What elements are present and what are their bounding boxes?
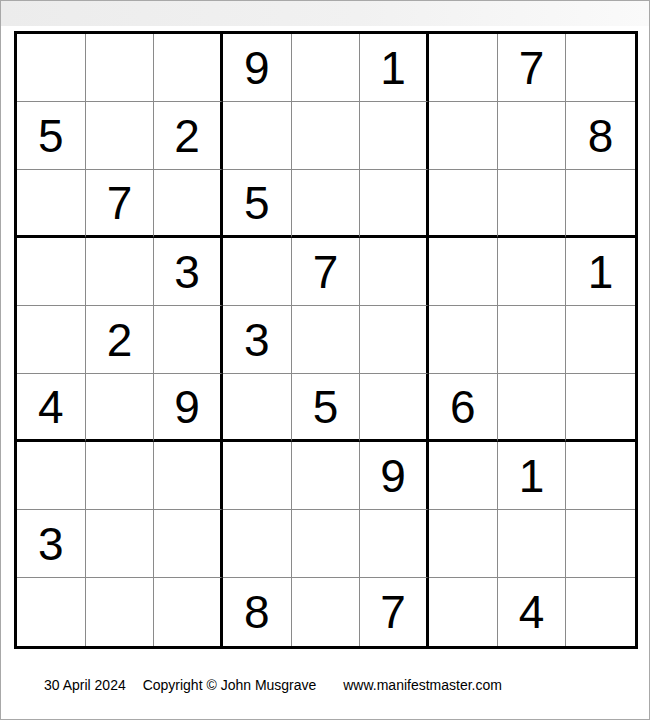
cell-r9c8[interactable]: 4 — [498, 578, 567, 646]
cell-r8c1[interactable]: 3 — [17, 510, 86, 578]
cell-r2c5[interactable] — [292, 102, 361, 170]
cell-r5c9[interactable] — [566, 306, 635, 374]
cell-r4c8[interactable] — [498, 238, 567, 306]
cell-r1c5[interactable] — [292, 34, 361, 102]
cell-r6c6[interactable] — [360, 374, 429, 442]
cell-r9c4[interactable]: 8 — [223, 578, 292, 646]
cell-r8c3[interactable] — [154, 510, 223, 578]
cell-r8c6[interactable] — [360, 510, 429, 578]
cell-r6c4[interactable] — [223, 374, 292, 442]
cell-r4c7[interactable] — [429, 238, 498, 306]
cell-r7c5[interactable] — [292, 442, 361, 510]
cell-r1c4[interactable]: 9 — [223, 34, 292, 102]
cell-r3c2[interactable]: 7 — [86, 170, 155, 238]
footer-copyright: Copyright © John Musgrave — [143, 677, 317, 693]
cell-r5c3[interactable] — [154, 306, 223, 374]
cell-r1c1[interactable] — [17, 34, 86, 102]
cell-r7c6[interactable]: 9 — [360, 442, 429, 510]
cell-r4c5[interactable]: 7 — [292, 238, 361, 306]
cell-r2c7[interactable] — [429, 102, 498, 170]
cell-r9c6[interactable]: 7 — [360, 578, 429, 646]
cell-r1c3[interactable] — [154, 34, 223, 102]
cell-r7c3[interactable] — [154, 442, 223, 510]
cell-r9c3[interactable] — [154, 578, 223, 646]
cell-r2c4[interactable] — [223, 102, 292, 170]
header-strip — [1, 1, 649, 26]
cell-r4c9[interactable]: 1 — [566, 238, 635, 306]
footer: 30 April 2024 Copyright © John Musgrave … — [44, 675, 502, 695]
cell-r1c2[interactable] — [86, 34, 155, 102]
sudoku-board: 91752875371234956913874 — [14, 31, 638, 649]
cell-r9c7[interactable] — [429, 578, 498, 646]
cell-r7c9[interactable] — [566, 442, 635, 510]
cell-r7c2[interactable] — [86, 442, 155, 510]
cell-r3c7[interactable] — [429, 170, 498, 238]
cell-r5c6[interactable] — [360, 306, 429, 374]
cell-r5c1[interactable] — [17, 306, 86, 374]
cell-r1c8[interactable]: 7 — [498, 34, 567, 102]
cell-r4c1[interactable] — [17, 238, 86, 306]
cell-r1c7[interactable] — [429, 34, 498, 102]
cell-r2c8[interactable] — [498, 102, 567, 170]
cell-r3c9[interactable] — [566, 170, 635, 238]
cell-r5c2[interactable]: 2 — [86, 306, 155, 374]
cell-r3c4[interactable]: 5 — [223, 170, 292, 238]
cell-r8c9[interactable] — [566, 510, 635, 578]
cell-r3c5[interactable] — [292, 170, 361, 238]
cell-r9c2[interactable] — [86, 578, 155, 646]
cell-r3c6[interactable] — [360, 170, 429, 238]
cell-r7c4[interactable] — [223, 442, 292, 510]
cell-r4c3[interactable]: 3 — [154, 238, 223, 306]
cell-r9c9[interactable] — [566, 578, 635, 646]
cell-r2c9[interactable]: 8 — [566, 102, 635, 170]
cell-r7c7[interactable] — [429, 442, 498, 510]
cell-r6c3[interactable]: 9 — [154, 374, 223, 442]
cell-r2c1[interactable]: 5 — [17, 102, 86, 170]
cell-r1c6[interactable]: 1 — [360, 34, 429, 102]
footer-date: 30 April 2024 — [44, 677, 126, 693]
cell-r6c1[interactable]: 4 — [17, 374, 86, 442]
cell-r6c9[interactable] — [566, 374, 635, 442]
cell-r2c3[interactable]: 2 — [154, 102, 223, 170]
cell-r6c7[interactable]: 6 — [429, 374, 498, 442]
cell-r7c8[interactable]: 1 — [498, 442, 567, 510]
cell-r8c8[interactable] — [498, 510, 567, 578]
cell-r8c7[interactable] — [429, 510, 498, 578]
cell-r3c1[interactable] — [17, 170, 86, 238]
cell-r8c4[interactable] — [223, 510, 292, 578]
footer-website: www.manifestmaster.com — [343, 677, 502, 693]
cell-r4c6[interactable] — [360, 238, 429, 306]
puzzle-page: 91752875371234956913874 30 April 2024 Co… — [0, 0, 650, 720]
cell-r6c5[interactable]: 5 — [292, 374, 361, 442]
cell-r6c8[interactable] — [498, 374, 567, 442]
cell-r3c3[interactable] — [154, 170, 223, 238]
cell-r4c4[interactable] — [223, 238, 292, 306]
cell-r1c9[interactable] — [566, 34, 635, 102]
cell-r9c5[interactable] — [292, 578, 361, 646]
cell-r2c2[interactable] — [86, 102, 155, 170]
cell-r2c6[interactable] — [360, 102, 429, 170]
cell-r3c8[interactable] — [498, 170, 567, 238]
cell-r9c1[interactable] — [17, 578, 86, 646]
cell-r8c2[interactable] — [86, 510, 155, 578]
cell-r5c4[interactable]: 3 — [223, 306, 292, 374]
cell-r4c2[interactable] — [86, 238, 155, 306]
cell-r5c8[interactable] — [498, 306, 567, 374]
cell-r7c1[interactable] — [17, 442, 86, 510]
cell-r6c2[interactable] — [86, 374, 155, 442]
cell-r5c5[interactable] — [292, 306, 361, 374]
cell-r5c7[interactable] — [429, 306, 498, 374]
cell-r8c5[interactable] — [292, 510, 361, 578]
